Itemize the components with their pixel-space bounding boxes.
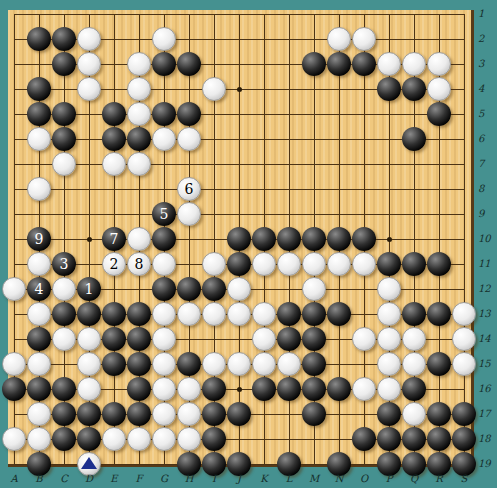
stone-black[interactable] [202,427,226,451]
stone-white[interactable] [377,377,401,401]
stone-white[interactable] [402,52,426,76]
stone-black[interactable] [102,102,126,126]
row-label: 19 [478,459,496,469]
stone-white[interactable]: 2 [102,252,126,276]
stone-black[interactable] [177,52,201,76]
stone-white[interactable] [352,327,376,351]
column-label: F [129,474,149,484]
stone-white[interactable] [27,427,51,451]
row-label: 17 [478,409,496,419]
stone-black[interactable] [102,352,126,376]
stone-white[interactable] [377,302,401,326]
stone-black[interactable] [277,227,301,251]
stone-black[interactable] [52,127,76,151]
stone-white[interactable] [127,427,151,451]
stone-white[interactable] [302,252,326,276]
stone-white[interactable]: 6 [177,177,201,201]
stone-black[interactable]: 1 [77,277,101,301]
stone-white[interactable] [402,402,426,426]
stone-black[interactable] [402,427,426,451]
stone-black[interactable] [277,377,301,401]
stone-black[interactable] [427,427,451,451]
column-label: H [179,474,199,484]
stone-black[interactable] [27,77,51,101]
stone-white[interactable] [152,377,176,401]
column-label: N [329,474,349,484]
stone-white[interactable] [452,327,476,351]
stone-white[interactable] [2,352,26,376]
stone-white[interactable] [252,327,276,351]
stone-black[interactable]: 3 [52,252,76,276]
column-label: J [229,474,249,484]
stone-black[interactable] [302,377,326,401]
stone-black[interactable] [227,402,251,426]
stone-white[interactable] [152,127,176,151]
stone-white[interactable] [427,77,451,101]
stone-black[interactable] [52,427,76,451]
stone-black[interactable] [177,102,201,126]
stone-black[interactable] [402,302,426,326]
stone-white[interactable] [27,302,51,326]
move-number-label: 2 [110,257,119,271]
column-label: G [154,474,174,484]
stone-black[interactable] [452,427,476,451]
column-label: K [254,474,274,484]
stone-white[interactable] [27,352,51,376]
stone-white[interactable] [177,427,201,451]
stone-black[interactable] [27,327,51,351]
stone-black[interactable] [302,402,326,426]
stone-black[interactable] [452,402,476,426]
stone-white[interactable] [152,352,176,376]
stone-black[interactable] [52,377,76,401]
stone-white[interactable] [302,277,326,301]
row-label: 1 [478,9,496,19]
stone-white[interactable] [277,352,301,376]
stone-black[interactable] [377,427,401,451]
move-number-label: 1 [85,282,94,296]
stone-white[interactable] [252,302,276,326]
stone-black[interactable] [277,327,301,351]
row-label: 14 [478,334,496,344]
stone-white[interactable] [152,327,176,351]
stone-black[interactable]: 9 [27,227,51,251]
stone-white[interactable] [177,302,201,326]
stone-black[interactable]: 7 [102,227,126,251]
stone-white[interactable] [402,352,426,376]
grid-line-vertical [464,14,465,465]
stone-white[interactable] [152,27,176,51]
row-label: 11 [478,259,496,269]
stone-black[interactable] [402,77,426,101]
move-number-label: 9 [35,232,44,246]
stone-black[interactable] [227,252,251,276]
stone-black[interactable] [252,227,276,251]
stone-black[interactable] [352,227,376,251]
stone-black[interactable] [327,227,351,251]
stone-black[interactable] [27,377,51,401]
row-label: 16 [478,384,496,394]
stone-white[interactable] [77,377,101,401]
star-point [237,87,242,92]
stone-white[interactable] [377,352,401,376]
stone-white[interactable] [202,77,226,101]
stone-black[interactable]: 5 [152,202,176,226]
stone-white[interactable] [127,227,151,251]
stone-white[interactable] [2,277,26,301]
row-label: 5 [478,109,496,119]
stone-black[interactable] [27,27,51,51]
stone-white[interactable] [77,77,101,101]
stone-white[interactable] [327,252,351,276]
stone-black[interactable] [402,377,426,401]
stone-white[interactable] [402,327,426,351]
stone-black[interactable] [127,327,151,351]
row-label: 18 [478,434,496,444]
stone-black[interactable] [127,302,151,326]
stone-white[interactable] [127,52,151,76]
stone-black[interactable] [2,377,26,401]
stone-black[interactable]: 4 [27,277,51,301]
triangle-mark-icon [81,457,97,469]
stone-black[interactable] [152,277,176,301]
stone-white[interactable] [152,427,176,451]
stone-white[interactable] [152,302,176,326]
star-point [237,387,242,392]
stone-black[interactable] [127,402,151,426]
stone-black[interactable] [327,377,351,401]
stone-black[interactable] [302,227,326,251]
column-label: O [354,474,374,484]
stone-black[interactable] [377,77,401,101]
stone-white[interactable] [27,127,51,151]
stone-white[interactable] [377,277,401,301]
column-label: R [429,474,449,484]
stone-white[interactable]: 8 [127,252,151,276]
stone-black[interactable] [27,102,51,126]
stone-white[interactable] [452,352,476,376]
column-label: B [29,474,49,484]
column-label: L [279,474,299,484]
column-label: C [54,474,74,484]
stone-black[interactable] [302,302,326,326]
stone-black[interactable] [77,302,101,326]
stone-black[interactable] [127,127,151,151]
stone-black[interactable] [127,352,151,376]
stone-white[interactable] [202,252,226,276]
move-number-label: 5 [160,207,169,221]
stone-white[interactable] [252,252,276,276]
move-number-label: 4 [35,282,44,296]
stone-black[interactable] [202,402,226,426]
stone-white[interactable] [227,277,251,301]
stone-white[interactable] [152,402,176,426]
stone-black[interactable] [427,252,451,276]
stone-black[interactable] [302,327,326,351]
star-point [387,237,392,242]
row-label: 6 [478,134,496,144]
row-label: 10 [478,234,496,244]
stone-white[interactable] [102,152,126,176]
stone-black[interactable] [152,227,176,251]
stone-white[interactable] [327,27,351,51]
stone-white[interactable] [177,402,201,426]
stone-white[interactable] [77,327,101,351]
stone-white[interactable] [77,52,101,76]
row-label: 8 [478,184,496,194]
stone-black[interactable] [377,252,401,276]
move-number-label: 7 [110,232,119,246]
move-number-label: 6 [185,182,194,196]
stone-black[interactable] [127,377,151,401]
row-label: 9 [478,209,496,219]
stone-black[interactable] [277,302,301,326]
star-point [87,237,92,242]
column-label: A [4,474,24,484]
stone-white[interactable] [377,52,401,76]
stone-black[interactable] [102,127,126,151]
stone-white[interactable] [27,252,51,276]
stone-white[interactable] [127,77,151,101]
stone-white[interactable] [352,27,376,51]
column-label: D [79,474,99,484]
row-label: 2 [478,34,496,44]
row-label: 4 [478,84,496,94]
stone-black[interactable] [177,352,201,376]
stone-black[interactable] [202,377,226,401]
column-label: Q [404,474,424,484]
stone-white[interactable] [77,352,101,376]
stone-black[interactable] [352,427,376,451]
stone-black[interactable] [427,302,451,326]
stone-white[interactable] [52,277,76,301]
go-board-app: 659732841ABCDEFGHIJKLMNOPQRS123456789101… [0,0,497,488]
stone-white[interactable] [377,327,401,351]
stone-black[interactable] [177,277,201,301]
stone-black[interactable] [427,402,451,426]
stone-black[interactable] [52,402,76,426]
stone-white[interactable] [52,152,76,176]
stone-black[interactable] [252,377,276,401]
stone-black[interactable] [52,27,76,51]
stone-black[interactable] [152,102,176,126]
stone-white[interactable] [152,252,176,276]
stone-black[interactable] [77,427,101,451]
column-label: S [454,474,474,484]
stone-white[interactable] [352,377,376,401]
stone-black[interactable] [327,52,351,76]
stone-white[interactable] [177,377,201,401]
row-label: 12 [478,284,496,294]
stone-white[interactable] [277,252,301,276]
row-label: 3 [478,59,496,69]
stone-black[interactable] [52,302,76,326]
stone-white[interactable] [352,252,376,276]
stone-white[interactable] [52,327,76,351]
move-number-label: 8 [135,257,144,271]
stone-black[interactable] [377,402,401,426]
stone-white[interactable] [202,352,226,376]
column-label: M [304,474,324,484]
stone-white[interactable] [202,302,226,326]
stone-white[interactable] [27,177,51,201]
stone-black[interactable] [302,352,326,376]
stone-white[interactable] [177,127,201,151]
stone-black[interactable] [352,52,376,76]
column-label: E [104,474,124,484]
stone-white[interactable] [27,402,51,426]
stone-black[interactable] [227,227,251,251]
stone-black[interactable] [427,352,451,376]
stone-black[interactable] [202,277,226,301]
row-label: 13 [478,309,496,319]
row-label: 15 [478,359,496,369]
stone-black[interactable] [327,302,351,326]
stone-black[interactable] [302,52,326,76]
row-label: 7 [478,159,496,169]
stone-black[interactable] [52,102,76,126]
stone-black[interactable] [402,127,426,151]
stone-white[interactable] [452,302,476,326]
stone-white[interactable] [102,427,126,451]
stone-white[interactable] [227,302,251,326]
stone-black[interactable] [402,252,426,276]
stone-black[interactable] [102,402,126,426]
stone-black[interactable] [52,52,76,76]
stone-white[interactable] [227,352,251,376]
stone-black[interactable] [152,52,176,76]
stone-white[interactable] [177,202,201,226]
stone-black[interactable] [102,327,126,351]
stone-white[interactable] [77,27,101,51]
stone-black[interactable] [102,302,126,326]
stone-black[interactable] [77,402,101,426]
stone-white[interactable] [127,102,151,126]
stone-white[interactable] [252,352,276,376]
move-number-label: 3 [60,257,69,271]
stone-black[interactable] [427,102,451,126]
stone-white[interactable] [127,152,151,176]
column-label: P [379,474,399,484]
stone-white[interactable] [427,52,451,76]
stone-white[interactable] [2,427,26,451]
column-label: I [204,474,224,484]
